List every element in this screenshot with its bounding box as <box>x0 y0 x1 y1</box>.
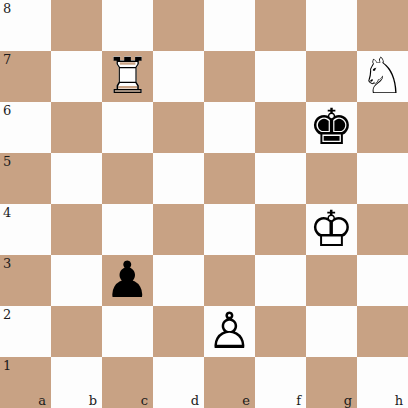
chess-board: 87♜♖♞♘6♚54♚♔3♟2♟♙1abcdefgh <box>0 0 408 408</box>
square-h5[interactable] <box>357 153 408 204</box>
square-b4[interactable] <box>51 204 102 255</box>
square-c1[interactable]: c <box>102 357 153 408</box>
square-e1[interactable]: e <box>204 357 255 408</box>
black-pawn-c3[interactable]: ♟ <box>102 255 153 306</box>
square-b6[interactable] <box>51 102 102 153</box>
black-king-g6[interactable]: ♚ <box>306 102 357 153</box>
square-d1[interactable]: d <box>153 357 204 408</box>
square-e2[interactable]: ♟♙ <box>204 306 255 357</box>
rank-label-5: 5 <box>3 153 11 170</box>
square-f8[interactable] <box>255 0 306 51</box>
square-c4[interactable] <box>102 204 153 255</box>
square-a8[interactable]: 8 <box>0 0 51 51</box>
square-f2[interactable] <box>255 306 306 357</box>
square-d6[interactable] <box>153 102 204 153</box>
square-a4[interactable]: 4 <box>0 204 51 255</box>
square-e3[interactable] <box>204 255 255 306</box>
file-label-f: f <box>296 393 301 408</box>
file-label-d: d <box>191 393 199 408</box>
square-g3[interactable] <box>306 255 357 306</box>
file-label-e: e <box>242 393 250 408</box>
file-label-b: b <box>89 393 97 408</box>
square-c7[interactable]: ♜♖ <box>102 51 153 102</box>
square-h7[interactable]: ♞♘ <box>357 51 408 102</box>
square-d5[interactable] <box>153 153 204 204</box>
file-label-g: g <box>344 393 352 408</box>
square-h1[interactable]: h <box>357 357 408 408</box>
rank-label-3: 3 <box>3 255 11 272</box>
square-c5[interactable] <box>102 153 153 204</box>
rank-label-1: 1 <box>3 357 11 374</box>
square-c8[interactable] <box>102 0 153 51</box>
square-h6[interactable] <box>357 102 408 153</box>
square-h4[interactable] <box>357 204 408 255</box>
square-f1[interactable]: f <box>255 357 306 408</box>
square-a5[interactable]: 5 <box>0 153 51 204</box>
square-c2[interactable] <box>102 306 153 357</box>
square-d7[interactable] <box>153 51 204 102</box>
square-f5[interactable] <box>255 153 306 204</box>
square-f7[interactable] <box>255 51 306 102</box>
square-d3[interactable] <box>153 255 204 306</box>
white-pawn-e2[interactable]: ♙ <box>204 306 255 357</box>
square-d8[interactable] <box>153 0 204 51</box>
square-c3[interactable]: ♟ <box>102 255 153 306</box>
white-pawn-fill: ♟ <box>204 306 255 357</box>
file-label-h: h <box>395 393 403 408</box>
square-g8[interactable] <box>306 0 357 51</box>
square-b5[interactable] <box>51 153 102 204</box>
square-h8[interactable] <box>357 0 408 51</box>
rank-label-8: 8 <box>3 0 11 17</box>
square-b3[interactable] <box>51 255 102 306</box>
square-e7[interactable] <box>204 51 255 102</box>
file-label-a: a <box>38 393 46 408</box>
square-g2[interactable] <box>306 306 357 357</box>
square-g5[interactable] <box>306 153 357 204</box>
square-g7[interactable] <box>306 51 357 102</box>
file-label-c: c <box>141 393 148 408</box>
square-g1[interactable]: g <box>306 357 357 408</box>
square-b1[interactable]: b <box>51 357 102 408</box>
white-knight-h7[interactable]: ♘ <box>357 51 408 102</box>
rank-label-7: 7 <box>3 51 11 68</box>
square-h2[interactable] <box>357 306 408 357</box>
square-e4[interactable] <box>204 204 255 255</box>
square-a1[interactable]: 1a <box>0 357 51 408</box>
white-rook-c7[interactable]: ♖ <box>102 51 153 102</box>
square-f3[interactable] <box>255 255 306 306</box>
rank-label-4: 4 <box>3 204 11 221</box>
square-g4[interactable]: ♚♔ <box>306 204 357 255</box>
square-f6[interactable] <box>255 102 306 153</box>
rank-label-2: 2 <box>3 306 11 323</box>
white-king-g4[interactable]: ♔ <box>306 204 357 255</box>
square-a6[interactable]: 6 <box>0 102 51 153</box>
white-rook-fill: ♜ <box>102 51 153 102</box>
square-b2[interactable] <box>51 306 102 357</box>
square-b8[interactable] <box>51 0 102 51</box>
white-knight-fill: ♞ <box>357 51 408 102</box>
square-e5[interactable] <box>204 153 255 204</box>
square-a3[interactable]: 3 <box>0 255 51 306</box>
square-c6[interactable] <box>102 102 153 153</box>
square-e6[interactable] <box>204 102 255 153</box>
square-g6[interactable]: ♚ <box>306 102 357 153</box>
square-h3[interactable] <box>357 255 408 306</box>
square-d4[interactable] <box>153 204 204 255</box>
square-a2[interactable]: 2 <box>0 306 51 357</box>
white-king-fill: ♚ <box>306 204 357 255</box>
rank-label-6: 6 <box>3 102 11 119</box>
square-d2[interactable] <box>153 306 204 357</box>
square-b7[interactable] <box>51 51 102 102</box>
square-a7[interactable]: 7 <box>0 51 51 102</box>
square-e8[interactable] <box>204 0 255 51</box>
square-f4[interactable] <box>255 204 306 255</box>
